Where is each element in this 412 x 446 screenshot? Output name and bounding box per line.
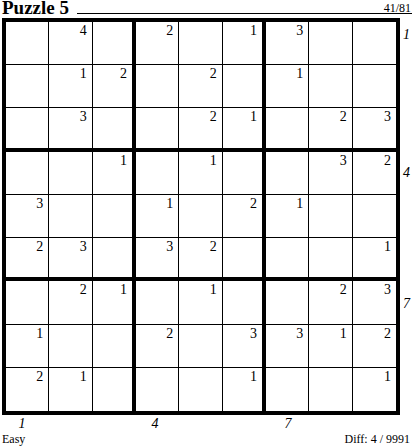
cell-r3c5[interactable]: 2 [179,108,222,151]
cell-r4c5[interactable]: 1 [179,152,222,195]
cell-r1c8[interactable] [309,22,352,65]
cell-r7c8[interactable]: 2 [309,281,352,324]
row-label-1: 1 [403,28,410,42]
cell-r7c7[interactable] [266,281,309,324]
cell-r1c2[interactable]: 4 [49,22,92,65]
cell-r7c6[interactable] [223,281,266,324]
cell-r1c6[interactable]: 1 [223,22,266,65]
cell-r1c7[interactable]: 3 [266,22,309,65]
cell-r6c7[interactable] [266,238,309,281]
cell-r5c6[interactable]: 2 [223,195,266,238]
cell-r2c8[interactable] [309,65,352,108]
cell-r9c5[interactable] [179,368,222,411]
cell-r6c3[interactable] [93,238,136,281]
cell-r4c1[interactable] [6,152,49,195]
cell-r7c5[interactable]: 1 [179,281,222,324]
cell-r4c3[interactable]: 1 [93,152,136,195]
cell-r2c2[interactable]: 1 [49,65,92,108]
cell-r1c5[interactable] [179,22,222,65]
cell-r9c4[interactable] [136,368,179,411]
cell-r1c9[interactable] [353,22,396,65]
col-label-4: 4 [152,417,159,431]
cell-r6c2[interactable]: 3 [49,238,92,281]
cell-r2c3[interactable]: 2 [93,65,136,108]
cell-r4c4[interactable] [136,152,179,195]
cell-r9c1[interactable]: 2 [6,368,49,411]
cell-r4c9[interactable]: 2 [353,152,396,195]
cell-r6c9[interactable]: 1 [353,238,396,281]
cell-r2c4[interactable] [136,65,179,108]
cell-r5c2[interactable] [49,195,92,238]
cell-r3c9[interactable]: 3 [353,108,396,151]
difficulty-label: Easy [2,433,25,446]
cell-r5c5[interactable] [179,195,222,238]
cell-r8c7[interactable]: 3 [266,325,309,368]
row-label-4: 4 [403,166,410,180]
cell-r7c4[interactable] [136,281,179,324]
cell-r9c9[interactable]: 1 [353,368,396,411]
cell-r8c9[interactable]: 2 [353,325,396,368]
cell-r3c4[interactable] [136,108,179,151]
cell-r8c5[interactable] [179,325,222,368]
cell-r9c6[interactable]: 1 [223,368,266,411]
cell-r8c4[interactable]: 2 [136,325,179,368]
cell-r6c5[interactable]: 2 [179,238,222,281]
clue-counter: 41/81 [384,2,411,14]
col-label-1: 1 [19,417,26,431]
cell-r5c9[interactable] [353,195,396,238]
cell-r1c1[interactable] [6,22,49,65]
cell-r5c8[interactable] [309,195,352,238]
header-rule [77,13,412,14]
col-label-7: 7 [285,417,292,431]
cell-r9c3[interactable] [93,368,136,411]
cell-r1c3[interactable] [93,22,136,65]
cell-r5c7[interactable]: 1 [266,195,309,238]
cell-r3c7[interactable] [266,108,309,151]
cell-r7c9[interactable]: 3 [353,281,396,324]
cell-r9c7[interactable] [266,368,309,411]
cell-r7c3[interactable]: 1 [93,281,136,324]
puzzle-page: Puzzle 5 41/81 4213122132123113231212332… [0,0,412,446]
cell-r5c1[interactable]: 3 [6,195,49,238]
sudoku-board: 4213122132123113231212332121123123312211… [2,18,400,415]
cell-r2c1[interactable] [6,65,49,108]
cell-r8c8[interactable]: 1 [309,325,352,368]
puzzle-title: Puzzle 5 [2,0,69,17]
cell-r6c6[interactable] [223,238,266,281]
cell-r3c3[interactable] [93,108,136,151]
cell-r4c6[interactable] [223,152,266,195]
cell-r4c8[interactable]: 3 [309,152,352,195]
cell-r8c1[interactable]: 1 [6,325,49,368]
cell-r5c3[interactable] [93,195,136,238]
cell-r2c9[interactable] [353,65,396,108]
cell-r9c2[interactable]: 1 [49,368,92,411]
cell-r3c6[interactable]: 1 [223,108,266,151]
cell-r2c7[interactable]: 1 [266,65,309,108]
cell-r6c8[interactable] [309,238,352,281]
cell-r2c6[interactable] [223,65,266,108]
cell-r6c1[interactable]: 2 [6,238,49,281]
cell-r5c4[interactable]: 1 [136,195,179,238]
cell-r4c2[interactable] [49,152,92,195]
row-label-7: 7 [403,297,410,311]
cell-r6c4[interactable]: 3 [136,238,179,281]
cell-r3c8[interactable]: 2 [309,108,352,151]
cell-r2c5[interactable]: 2 [179,65,222,108]
cell-r8c6[interactable]: 3 [223,325,266,368]
difficulty-stat: Diff: 4 / 9991 [345,433,410,446]
cell-r3c2[interactable]: 3 [49,108,92,151]
cell-r8c2[interactable] [49,325,92,368]
cell-r1c4[interactable]: 2 [136,22,179,65]
cell-r7c1[interactable] [6,281,49,324]
cell-r8c3[interactable] [93,325,136,368]
cell-r4c7[interactable] [266,152,309,195]
cell-r7c2[interactable]: 2 [49,281,92,324]
cell-r3c1[interactable] [6,108,49,151]
cell-r9c8[interactable] [309,368,352,411]
